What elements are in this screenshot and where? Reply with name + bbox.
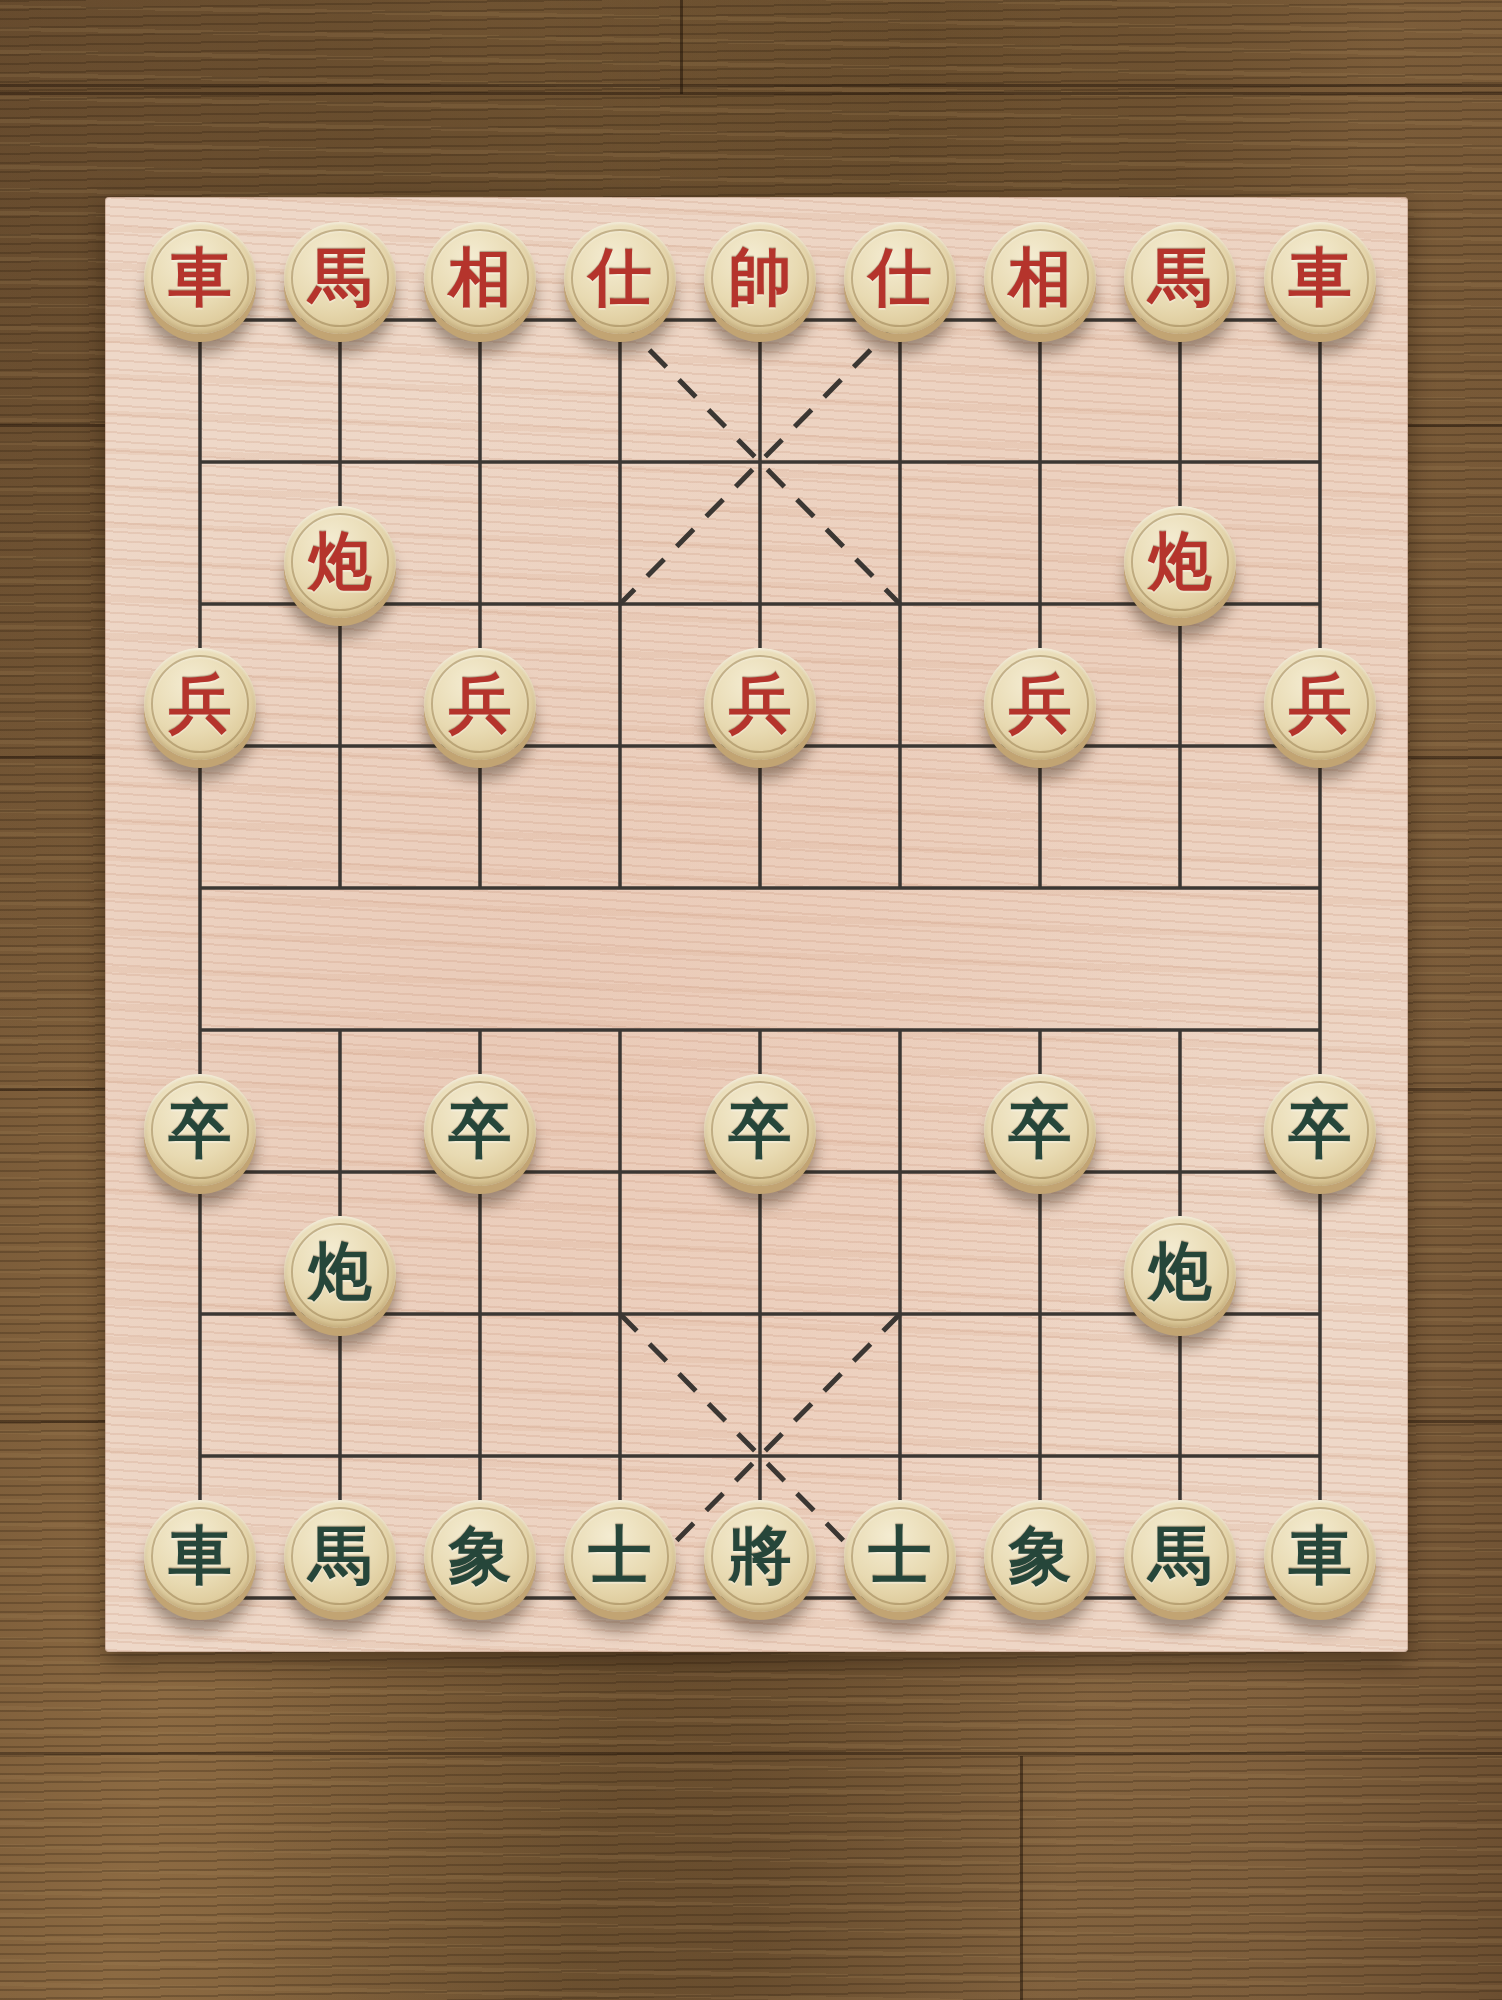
piece-glyph: 馬 (1149, 246, 1212, 309)
red-advisor[interactable]: 仕 (844, 222, 956, 334)
green-cannon[interactable]: 炮 (1124, 1216, 1236, 1328)
green-soldier[interactable]: 卒 (1264, 1074, 1376, 1186)
piece-glyph: 馬 (309, 246, 372, 309)
red-horse[interactable]: 馬 (1124, 222, 1236, 334)
piece-glyph: 卒 (729, 1098, 792, 1161)
red-horse[interactable]: 馬 (284, 222, 396, 334)
green-horse[interactable]: 馬 (284, 1500, 396, 1612)
red-cannon[interactable]: 炮 (284, 506, 396, 618)
piece-glyph: 馬 (309, 1524, 372, 1587)
green-soldier[interactable]: 卒 (144, 1074, 256, 1186)
piece-glyph: 象 (449, 1524, 512, 1587)
red-soldier[interactable]: 兵 (144, 648, 256, 760)
green-chariot[interactable]: 車 (144, 1500, 256, 1612)
green-elephant[interactable]: 象 (424, 1500, 536, 1612)
piece-glyph: 兵 (169, 672, 232, 735)
red-cannon[interactable]: 炮 (1124, 506, 1236, 618)
piece-glyph: 炮 (309, 1240, 372, 1303)
floor-plank-seam (1020, 1756, 1023, 2000)
red-soldier[interactable]: 兵 (1264, 648, 1376, 760)
xiangqi-board: 車馬相仕帥仕相馬車炮炮兵兵兵兵兵卒卒卒卒卒炮炮車馬象士將士象馬車 (105, 197, 1408, 1652)
piece-glyph: 卒 (1009, 1098, 1072, 1161)
green-soldier[interactable]: 卒 (424, 1074, 536, 1186)
red-chariot[interactable]: 車 (1264, 222, 1376, 334)
red-general[interactable]: 帥 (704, 222, 816, 334)
green-general[interactable]: 將 (704, 1500, 816, 1612)
piece-glyph: 兵 (1289, 672, 1352, 735)
piece-glyph: 炮 (1149, 1240, 1212, 1303)
piece-glyph: 炮 (1149, 530, 1212, 593)
piece-glyph: 帥 (729, 246, 792, 309)
piece-glyph: 相 (449, 246, 512, 309)
piece-glyph: 車 (1289, 1524, 1352, 1587)
green-elephant[interactable]: 象 (984, 1500, 1096, 1612)
floor-plank-seam (680, 0, 683, 94)
piece-glyph: 車 (169, 246, 232, 309)
pieces-layer: 車馬相仕帥仕相馬車炮炮兵兵兵兵兵卒卒卒卒卒炮炮車馬象士將士象馬車 (105, 197, 1408, 1652)
piece-glyph: 相 (1009, 246, 1072, 309)
green-chariot[interactable]: 車 (1264, 1500, 1376, 1612)
red-soldier[interactable]: 兵 (984, 648, 1096, 760)
red-soldier[interactable]: 兵 (704, 648, 816, 760)
piece-glyph: 車 (169, 1524, 232, 1587)
piece-glyph: 車 (1289, 246, 1352, 309)
red-elephant[interactable]: 相 (424, 222, 536, 334)
red-advisor[interactable]: 仕 (564, 222, 676, 334)
piece-glyph: 士 (869, 1524, 932, 1587)
piece-glyph: 將 (729, 1524, 792, 1587)
red-elephant[interactable]: 相 (984, 222, 1096, 334)
green-advisor[interactable]: 士 (844, 1500, 956, 1612)
photo-scene: { "game": "xiangqi", "scene": "overhead … (0, 0, 1502, 2000)
red-soldier[interactable]: 兵 (424, 648, 536, 760)
piece-glyph: 仕 (589, 246, 652, 309)
green-horse[interactable]: 馬 (1124, 1500, 1236, 1612)
piece-glyph: 馬 (1149, 1524, 1212, 1587)
piece-glyph: 兵 (1009, 672, 1072, 735)
piece-glyph: 卒 (1289, 1098, 1352, 1161)
green-soldier[interactable]: 卒 (984, 1074, 1096, 1186)
piece-glyph: 仕 (869, 246, 932, 309)
piece-glyph: 象 (1009, 1524, 1072, 1587)
red-chariot[interactable]: 車 (144, 222, 256, 334)
piece-glyph: 兵 (729, 672, 792, 735)
piece-glyph: 士 (589, 1524, 652, 1587)
piece-glyph: 兵 (449, 672, 512, 735)
green-advisor[interactable]: 士 (564, 1500, 676, 1612)
green-soldier[interactable]: 卒 (704, 1074, 816, 1186)
piece-glyph: 卒 (169, 1098, 232, 1161)
green-cannon[interactable]: 炮 (284, 1216, 396, 1328)
piece-glyph: 炮 (309, 530, 372, 593)
piece-glyph: 卒 (449, 1098, 512, 1161)
